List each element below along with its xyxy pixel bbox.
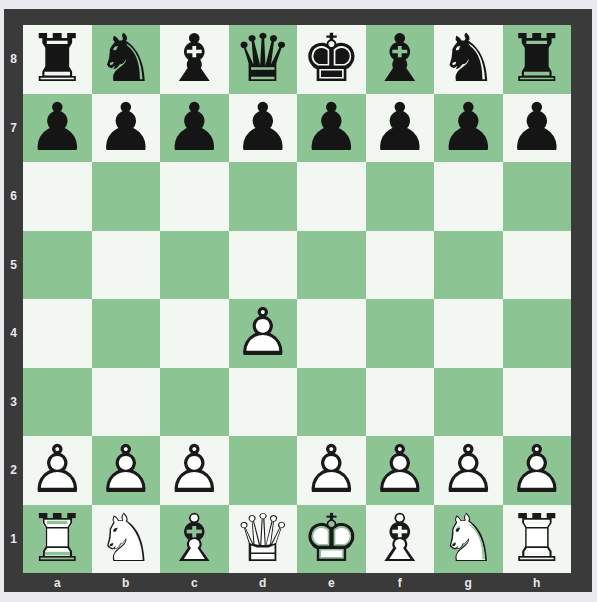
- file-label-e: e: [297, 573, 366, 592]
- white-pawn-fill-icon: ♟︎: [229, 299, 298, 368]
- rank-label-3: 3: [4, 368, 23, 437]
- file-label-f: f: [366, 573, 435, 592]
- square-h6[interactable]: [503, 162, 572, 231]
- square-d5[interactable]: [229, 231, 298, 300]
- piece-black-bishop[interactable]: ♝︎: [366, 25, 435, 94]
- piece-black-pawn[interactable]: ♟︎: [366, 94, 435, 163]
- white-king-fill-icon: ♚︎: [297, 505, 366, 574]
- white-pawn-icon: ♙︎: [434, 436, 503, 505]
- white-knight-icon: ♘︎: [92, 505, 161, 574]
- square-g4[interactable]: [434, 299, 503, 368]
- chess-board[interactable]: ♜︎♞︎♝︎♛︎♚︎♝︎♞︎♜︎♟︎♟︎♟︎♟︎♟︎♟︎♟︎♟︎♟︎♙︎♟︎♙︎…: [23, 25, 571, 573]
- file-label-c: c: [160, 573, 229, 592]
- rank-coordinates: 87654321: [4, 25, 23, 573]
- square-c5[interactable]: [160, 231, 229, 300]
- square-a7[interactable]: ♟︎: [23, 94, 92, 163]
- square-e1[interactable]: ♚︎♔︎: [297, 505, 366, 574]
- square-f4[interactable]: [366, 299, 435, 368]
- piece-black-knight[interactable]: ♞︎: [92, 25, 161, 94]
- white-knight-fill-icon: ♞︎: [92, 505, 161, 574]
- white-pawn-icon: ♙︎: [229, 299, 298, 368]
- black-pawn-icon: ♟︎: [92, 94, 161, 163]
- rank-label-6: 6: [4, 162, 23, 231]
- white-pawn-icon: ♙︎: [366, 436, 435, 505]
- white-rook-icon: ♖︎: [23, 505, 92, 574]
- square-c1[interactable]: ♝︎♗︎: [160, 505, 229, 574]
- white-knight-fill-icon: ♞︎: [434, 505, 503, 574]
- piece-black-pawn[interactable]: ♟︎: [92, 94, 161, 163]
- square-h3[interactable]: [503, 368, 572, 437]
- white-pawn-fill-icon: ♟︎: [434, 436, 503, 505]
- piece-black-pawn[interactable]: ♟︎: [297, 94, 366, 163]
- rank-label-7: 7: [4, 94, 23, 163]
- black-knight-icon: ♞︎: [92, 25, 161, 94]
- square-g7[interactable]: ♟︎: [434, 94, 503, 163]
- piece-white-queen[interactable]: ♛︎♕︎: [229, 505, 298, 574]
- file-label-d: d: [229, 573, 298, 592]
- square-g1[interactable]: ♞︎♘︎: [434, 505, 503, 574]
- black-knight-icon: ♞︎: [434, 25, 503, 94]
- square-e4[interactable]: [297, 299, 366, 368]
- black-rook-icon: ♜︎: [23, 25, 92, 94]
- square-b7[interactable]: ♟︎: [92, 94, 161, 163]
- white-rook-icon: ♖︎: [503, 505, 572, 574]
- file-label-h: h: [503, 573, 572, 592]
- piece-white-pawn[interactable]: ♟︎♙︎: [503, 436, 572, 505]
- square-h2[interactable]: ♟︎♙︎: [503, 436, 572, 505]
- square-g2[interactable]: ♟︎♙︎: [434, 436, 503, 505]
- white-pawn-icon: ♙︎: [23, 436, 92, 505]
- square-g5[interactable]: [434, 231, 503, 300]
- square-a2[interactable]: ♟︎♙︎: [23, 436, 92, 505]
- rank-label-2: 2: [4, 436, 23, 505]
- file-label-a: a: [23, 573, 92, 592]
- piece-white-pawn[interactable]: ♟︎♙︎: [23, 436, 92, 505]
- piece-black-pawn[interactable]: ♟︎: [503, 94, 572, 163]
- square-a4[interactable]: [23, 299, 92, 368]
- square-e7[interactable]: ♟︎: [297, 94, 366, 163]
- file-label-b: b: [92, 573, 161, 592]
- white-pawn-icon: ♙︎: [92, 436, 161, 505]
- square-h8[interactable]: ♜︎: [503, 25, 572, 94]
- black-pawn-icon: ♟︎: [366, 94, 435, 163]
- square-d7[interactable]: ♟︎: [229, 94, 298, 163]
- square-f8[interactable]: ♝︎: [366, 25, 435, 94]
- file-label-g: g: [434, 573, 503, 592]
- white-rook-fill-icon: ♜︎: [503, 505, 572, 574]
- black-pawn-icon: ♟︎: [297, 94, 366, 163]
- square-g6[interactable]: [434, 162, 503, 231]
- square-d6[interactable]: [229, 162, 298, 231]
- white-pawn-fill-icon: ♟︎: [160, 436, 229, 505]
- white-king-icon: ♔︎: [297, 505, 366, 574]
- square-a1[interactable]: ♜︎♖︎: [23, 505, 92, 574]
- square-f2[interactable]: ♟︎♙︎: [366, 436, 435, 505]
- square-c7[interactable]: ♟︎: [160, 94, 229, 163]
- piece-black-knight[interactable]: ♞︎: [434, 25, 503, 94]
- piece-black-pawn[interactable]: ♟︎: [434, 94, 503, 163]
- square-h7[interactable]: ♟︎: [503, 94, 572, 163]
- square-h1[interactable]: ♜︎♖︎: [503, 505, 572, 574]
- white-pawn-icon: ♙︎: [160, 436, 229, 505]
- square-e6[interactable]: [297, 162, 366, 231]
- black-pawn-icon: ♟︎: [503, 94, 572, 163]
- piece-white-knight[interactable]: ♞︎♘︎: [92, 505, 161, 574]
- white-bishop-fill-icon: ♝︎: [160, 505, 229, 574]
- square-a6[interactable]: [23, 162, 92, 231]
- black-pawn-icon: ♟︎: [229, 94, 298, 163]
- black-queen-icon: ♛︎: [229, 25, 298, 94]
- piece-white-rook[interactable]: ♜︎♖︎: [503, 505, 572, 574]
- piece-white-pawn[interactable]: ♟︎♙︎: [434, 436, 503, 505]
- piece-black-bishop[interactable]: ♝︎: [160, 25, 229, 94]
- chess-board-page: 87654321 ♜︎♞︎♝︎♛︎♚︎♝︎♞︎♜︎♟︎♟︎♟︎♟︎♟︎♟︎♟︎♟…: [0, 0, 597, 602]
- white-queen-fill-icon: ♛︎: [229, 505, 298, 574]
- square-e8[interactable]: ♚︎: [297, 25, 366, 94]
- square-e3[interactable]: [297, 368, 366, 437]
- white-rook-fill-icon: ♜︎: [23, 505, 92, 574]
- square-b6[interactable]: [92, 162, 161, 231]
- white-pawn-fill-icon: ♟︎: [92, 436, 161, 505]
- piece-white-knight[interactable]: ♞︎♘︎: [434, 505, 503, 574]
- piece-white-king[interactable]: ♚︎♔︎: [297, 505, 366, 574]
- white-knight-icon: ♘︎: [434, 505, 503, 574]
- rank-label-4: 4: [4, 299, 23, 368]
- white-pawn-fill-icon: ♟︎: [366, 436, 435, 505]
- square-e5[interactable]: [297, 231, 366, 300]
- square-b4[interactable]: [92, 299, 161, 368]
- rank-label-5: 5: [4, 231, 23, 300]
- square-b8[interactable]: ♞︎: [92, 25, 161, 94]
- black-pawn-icon: ♟︎: [160, 94, 229, 163]
- square-f7[interactable]: ♟︎: [366, 94, 435, 163]
- rank-label-1: 1: [4, 505, 23, 574]
- piece-white-pawn[interactable]: ♟︎♙︎: [229, 299, 298, 368]
- square-a5[interactable]: [23, 231, 92, 300]
- white-pawn-icon: ♙︎: [503, 436, 572, 505]
- square-b1[interactable]: ♞︎♘︎: [92, 505, 161, 574]
- square-d2[interactable]: [229, 436, 298, 505]
- square-c8[interactable]: ♝︎: [160, 25, 229, 94]
- file-coordinates: abcdefgh: [23, 573, 571, 592]
- square-a3[interactable]: [23, 368, 92, 437]
- square-f1[interactable]: ♝︎♗︎: [366, 505, 435, 574]
- square-d1[interactable]: ♛︎♕︎: [229, 505, 298, 574]
- black-pawn-icon: ♟︎: [434, 94, 503, 163]
- white-bishop-fill-icon: ♝︎: [366, 505, 435, 574]
- square-c4[interactable]: [160, 299, 229, 368]
- white-pawn-icon: ♙︎: [297, 436, 366, 505]
- square-a8[interactable]: ♜︎: [23, 25, 92, 94]
- square-d3[interactable]: [229, 368, 298, 437]
- piece-white-bishop[interactable]: ♝︎♗︎: [366, 505, 435, 574]
- piece-black-queen[interactable]: ♛︎: [229, 25, 298, 94]
- white-queen-icon: ♕︎: [229, 505, 298, 574]
- white-pawn-fill-icon: ♟︎: [297, 436, 366, 505]
- square-c3[interactable]: [160, 368, 229, 437]
- square-h4[interactable]: [503, 299, 572, 368]
- black-king-icon: ♚︎: [297, 25, 366, 94]
- piece-white-rook[interactable]: ♜︎♖︎: [23, 505, 92, 574]
- rank-label-8: 8: [4, 25, 23, 94]
- square-g3[interactable]: [434, 368, 503, 437]
- white-pawn-fill-icon: ♟︎: [503, 436, 572, 505]
- piece-black-pawn[interactable]: ♟︎: [229, 94, 298, 163]
- square-d4[interactable]: ♟︎♙︎: [229, 299, 298, 368]
- black-pawn-icon: ♟︎: [23, 94, 92, 163]
- square-f3[interactable]: [366, 368, 435, 437]
- white-bishop-icon: ♗︎: [160, 505, 229, 574]
- square-g8[interactable]: ♞︎: [434, 25, 503, 94]
- piece-black-rook[interactable]: ♜︎: [503, 25, 572, 94]
- piece-black-pawn[interactable]: ♟︎: [160, 94, 229, 163]
- piece-black-pawn[interactable]: ♟︎: [23, 94, 92, 163]
- piece-white-pawn[interactable]: ♟︎♙︎: [297, 436, 366, 505]
- piece-black-rook[interactable]: ♜︎: [23, 25, 92, 94]
- piece-black-king[interactable]: ♚︎: [297, 25, 366, 94]
- black-bishop-icon: ♝︎: [366, 25, 435, 94]
- square-f6[interactable]: [366, 162, 435, 231]
- square-c6[interactable]: [160, 162, 229, 231]
- piece-white-pawn[interactable]: ♟︎♙︎: [366, 436, 435, 505]
- piece-white-bishop[interactable]: ♝︎♗︎: [160, 505, 229, 574]
- square-b5[interactable]: [92, 231, 161, 300]
- piece-white-pawn[interactable]: ♟︎♙︎: [92, 436, 161, 505]
- piece-white-pawn[interactable]: ♟︎♙︎: [160, 436, 229, 505]
- white-bishop-icon: ♗︎: [366, 505, 435, 574]
- square-h5[interactable]: [503, 231, 572, 300]
- black-rook-icon: ♜︎: [503, 25, 572, 94]
- square-f5[interactable]: [366, 231, 435, 300]
- square-b3[interactable]: [92, 368, 161, 437]
- white-pawn-fill-icon: ♟︎: [23, 436, 92, 505]
- board-frame: 87654321 ♜︎♞︎♝︎♛︎♚︎♝︎♞︎♜︎♟︎♟︎♟︎♟︎♟︎♟︎♟︎♟…: [4, 9, 592, 592]
- square-b2[interactable]: ♟︎♙︎: [92, 436, 161, 505]
- square-e2[interactable]: ♟︎♙︎: [297, 436, 366, 505]
- black-bishop-icon: ♝︎: [160, 25, 229, 94]
- square-c2[interactable]: ♟︎♙︎: [160, 436, 229, 505]
- square-d8[interactable]: ♛︎: [229, 25, 298, 94]
